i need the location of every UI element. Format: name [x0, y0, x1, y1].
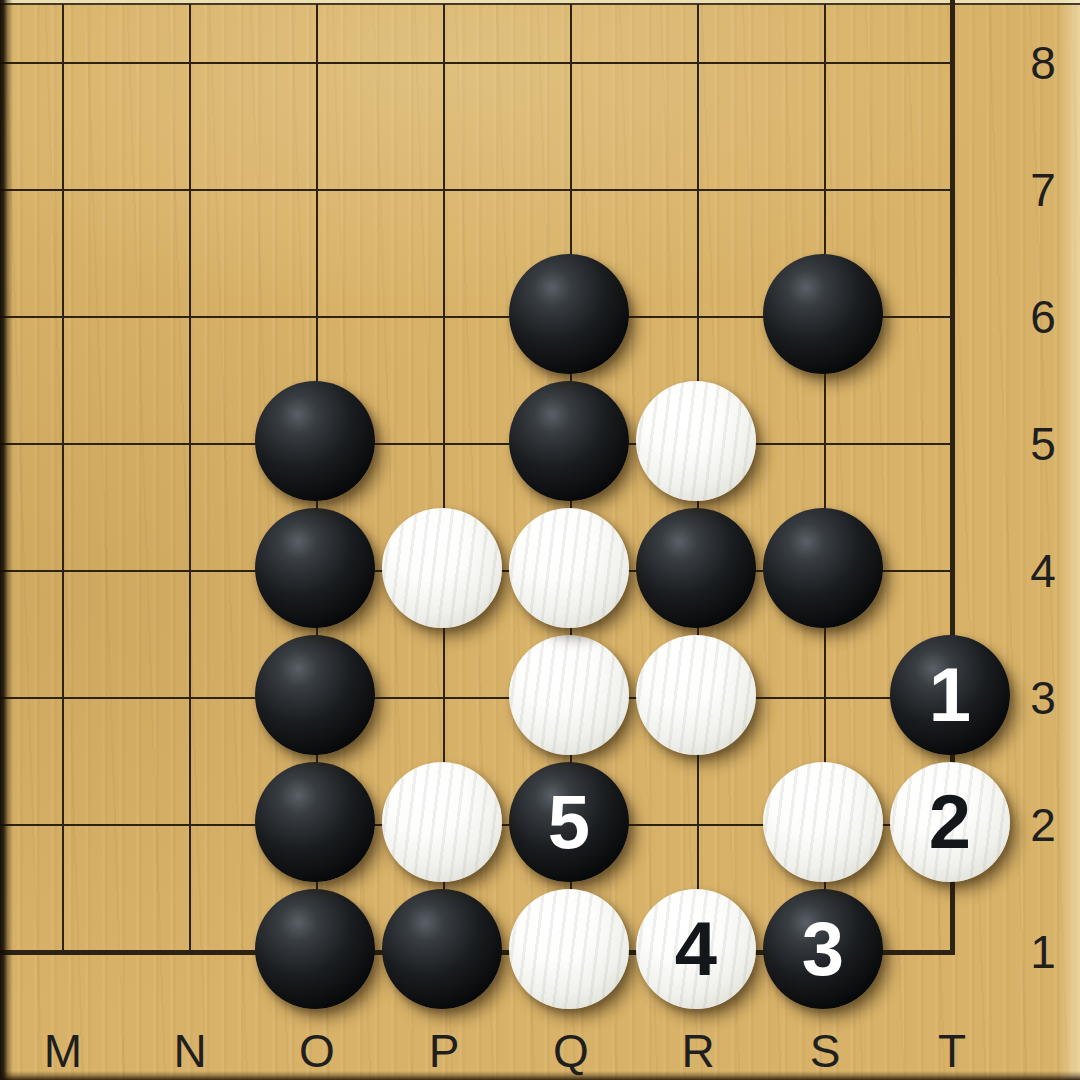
- board-top-border-line: [0, 3, 1080, 5]
- move-number-4: 4: [675, 911, 717, 987]
- stone-black-S1[interactable]: 3: [763, 889, 883, 1009]
- grid-line-col-N: [189, 4, 191, 955]
- stone-white-P2[interactable]: [382, 762, 502, 882]
- grid-line-col-M: [62, 4, 64, 955]
- board-edge-shadow-left: [0, 0, 13, 1080]
- col-label-N: N: [173, 1024, 206, 1078]
- row-label-4: 4: [1030, 544, 1056, 598]
- stone-black-O1[interactable]: [255, 889, 375, 1009]
- stone-black-O4[interactable]: [255, 508, 375, 628]
- row-label-5: 5: [1030, 417, 1056, 471]
- board-right-light-band: [1058, 0, 1080, 1080]
- row-label-6: 6: [1030, 290, 1056, 344]
- col-label-Q: Q: [553, 1024, 589, 1078]
- grid-line-row-5: [0, 443, 955, 445]
- row-label-1: 1: [1030, 925, 1056, 979]
- move-number-2: 2: [929, 784, 971, 860]
- stone-black-R4[interactable]: [636, 508, 756, 628]
- col-label-P: P: [429, 1024, 460, 1078]
- stone-white-Q3[interactable]: [509, 635, 629, 755]
- stone-black-O2[interactable]: [255, 762, 375, 882]
- col-label-M: M: [44, 1024, 82, 1078]
- stone-black-S6[interactable]: [763, 254, 883, 374]
- stone-white-R1[interactable]: 4: [636, 889, 756, 1009]
- move-number-3: 3: [802, 911, 844, 987]
- go-board[interactable]: MNOPQRST87654321 53142: [0, 0, 1080, 1080]
- stone-black-T3[interactable]: 1: [890, 635, 1010, 755]
- grid-line-row-7: [0, 189, 955, 191]
- stone-white-R5[interactable]: [636, 381, 756, 501]
- col-label-T: T: [938, 1024, 966, 1078]
- stone-black-S4[interactable]: [763, 508, 883, 628]
- row-label-2: 2: [1030, 798, 1056, 852]
- row-label-3: 3: [1030, 671, 1056, 725]
- col-label-S: S: [810, 1024, 841, 1078]
- board-edge-shadow-bottom: [0, 1071, 1080, 1080]
- stone-black-Q6[interactable]: [509, 254, 629, 374]
- row-label-7: 7: [1030, 163, 1056, 217]
- stone-white-T2[interactable]: 2: [890, 762, 1010, 882]
- stone-black-O3[interactable]: [255, 635, 375, 755]
- row-label-8: 8: [1030, 36, 1056, 90]
- stone-black-Q5[interactable]: [509, 381, 629, 501]
- stone-black-Q2[interactable]: 5: [509, 762, 629, 882]
- stone-white-Q1[interactable]: [509, 889, 629, 1009]
- stone-white-Q4[interactable]: [509, 508, 629, 628]
- col-label-R: R: [681, 1024, 714, 1078]
- col-label-O: O: [299, 1024, 335, 1078]
- grid-line-row-3: [0, 697, 955, 699]
- stone-white-R3[interactable]: [636, 635, 756, 755]
- move-number-5: 5: [548, 784, 590, 860]
- stone-black-O5[interactable]: [255, 381, 375, 501]
- grid-line-row-8: [0, 62, 955, 64]
- stone-white-P4[interactable]: [382, 508, 502, 628]
- stone-white-S2[interactable]: [763, 762, 883, 882]
- move-number-1: 1: [929, 657, 971, 733]
- stone-black-P1[interactable]: [382, 889, 502, 1009]
